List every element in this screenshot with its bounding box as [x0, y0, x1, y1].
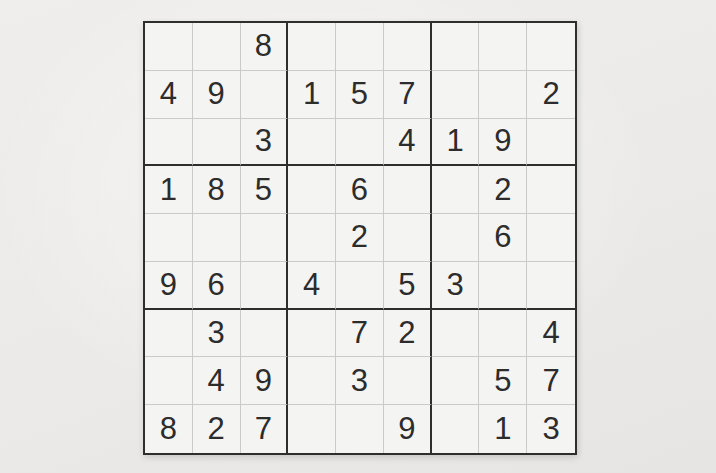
cell-r9c5[interactable] [336, 405, 384, 453]
cell-r5c4[interactable] [288, 214, 336, 262]
cell-r5c2[interactable] [193, 214, 241, 262]
cell-r7c3[interactable] [241, 310, 289, 358]
cell-r1c1[interactable] [145, 23, 193, 71]
cell-r1c2[interactable] [193, 23, 241, 71]
cell-r1c8[interactable] [479, 23, 527, 71]
cell-r4c7[interactable] [432, 166, 480, 214]
cell-r4c4[interactable] [288, 166, 336, 214]
cell-r5c9[interactable] [527, 214, 575, 262]
cell-r9c7[interactable] [432, 405, 480, 453]
cell-r8c3[interactable]: 9 [241, 357, 289, 405]
cell-r7c5[interactable]: 7 [336, 310, 384, 358]
cell-r2c5[interactable]: 5 [336, 71, 384, 119]
cell-r2c8[interactable] [479, 71, 527, 119]
photo-background: { "game": "sudoku", "position": "..8....… [0, 0, 716, 473]
sudoku-paper: 84915723419185622696453372449357827913 [143, 21, 577, 455]
cell-r9c8[interactable]: 1 [479, 405, 527, 453]
cell-r1c9[interactable] [527, 23, 575, 71]
cell-r3c3[interactable]: 3 [241, 119, 289, 167]
cell-r3c9[interactable] [527, 119, 575, 167]
cell-r3c2[interactable] [193, 119, 241, 167]
cell-r6c6[interactable]: 5 [384, 262, 432, 310]
cell-r5c1[interactable] [145, 214, 193, 262]
cell-r4c8[interactable]: 2 [479, 166, 527, 214]
cell-r4c5[interactable]: 6 [336, 166, 384, 214]
cell-r6c5[interactable] [336, 262, 384, 310]
cell-r6c8[interactable] [479, 262, 527, 310]
cell-r6c4[interactable]: 4 [288, 262, 336, 310]
cell-r5c3[interactable] [241, 214, 289, 262]
cell-r2c3[interactable] [241, 71, 289, 119]
cell-r8c8[interactable]: 5 [479, 357, 527, 405]
cell-r8c4[interactable] [288, 357, 336, 405]
cell-r2c9[interactable]: 2 [527, 71, 575, 119]
cell-r8c1[interactable] [145, 357, 193, 405]
cell-r7c2[interactable]: 3 [193, 310, 241, 358]
cell-r4c9[interactable] [527, 166, 575, 214]
sudoku-board: 84915723419185622696453372449357827913 [145, 23, 575, 453]
cell-r4c3[interactable]: 5 [241, 166, 289, 214]
cell-r2c1[interactable]: 4 [145, 71, 193, 119]
cell-r7c4[interactable] [288, 310, 336, 358]
cell-r1c7[interactable] [432, 23, 480, 71]
cell-r8c9[interactable]: 7 [527, 357, 575, 405]
cell-r4c2[interactable]: 8 [193, 166, 241, 214]
cell-r6c2[interactable]: 6 [193, 262, 241, 310]
cell-r3c7[interactable]: 1 [432, 119, 480, 167]
cell-r5c8[interactable]: 6 [479, 214, 527, 262]
cell-r4c1[interactable]: 1 [145, 166, 193, 214]
cell-r6c3[interactable] [241, 262, 289, 310]
cell-r8c7[interactable] [432, 357, 480, 405]
cell-r6c1[interactable]: 9 [145, 262, 193, 310]
cell-r2c7[interactable] [432, 71, 480, 119]
cell-r3c4[interactable] [288, 119, 336, 167]
cell-r7c7[interactable] [432, 310, 480, 358]
cell-r7c8[interactable] [479, 310, 527, 358]
cell-r5c7[interactable] [432, 214, 480, 262]
cell-r9c4[interactable] [288, 405, 336, 453]
cell-r1c3[interactable]: 8 [241, 23, 289, 71]
cell-r3c6[interactable]: 4 [384, 119, 432, 167]
cell-r3c8[interactable]: 9 [479, 119, 527, 167]
cell-r9c6[interactable]: 9 [384, 405, 432, 453]
cell-r6c7[interactable]: 3 [432, 262, 480, 310]
cell-r1c6[interactable] [384, 23, 432, 71]
cell-r1c4[interactable] [288, 23, 336, 71]
cell-r8c5[interactable]: 3 [336, 357, 384, 405]
cell-r7c9[interactable]: 4 [527, 310, 575, 358]
cell-r4c6[interactable] [384, 166, 432, 214]
cell-r5c6[interactable] [384, 214, 432, 262]
cell-r2c4[interactable]: 1 [288, 71, 336, 119]
cell-r9c2[interactable]: 2 [193, 405, 241, 453]
cell-r6c9[interactable] [527, 262, 575, 310]
cell-r3c5[interactable] [336, 119, 384, 167]
cell-r9c3[interactable]: 7 [241, 405, 289, 453]
cell-r9c1[interactable]: 8 [145, 405, 193, 453]
cell-r1c5[interactable] [336, 23, 384, 71]
cell-r7c1[interactable] [145, 310, 193, 358]
cell-r2c6[interactable]: 7 [384, 71, 432, 119]
cell-r2c2[interactable]: 9 [193, 71, 241, 119]
cell-r7c6[interactable]: 2 [384, 310, 432, 358]
cell-r5c5[interactable]: 2 [336, 214, 384, 262]
cell-r3c1[interactable] [145, 119, 193, 167]
cell-r8c2[interactable]: 4 [193, 357, 241, 405]
cell-r9c9[interactable]: 3 [527, 405, 575, 453]
cell-r8c6[interactable] [384, 357, 432, 405]
